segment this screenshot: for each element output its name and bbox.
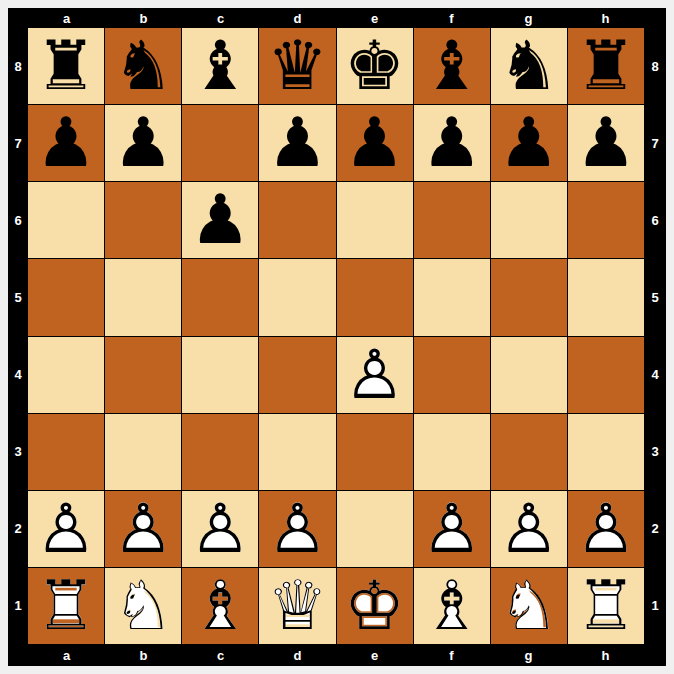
square-g5[interactable] bbox=[491, 259, 567, 335]
rank-label-2-right: 2 bbox=[644, 490, 666, 567]
square-b1[interactable]: ♞♘ bbox=[105, 568, 181, 644]
square-c7[interactable] bbox=[182, 105, 258, 181]
square-d1[interactable]: ♛♕ bbox=[259, 568, 335, 644]
square-f1[interactable]: ♝♗ bbox=[414, 568, 490, 644]
white-pawn-icon[interactable]: ♟♙ bbox=[568, 491, 644, 567]
chessboard: ♜♞♝♛♚♝♞♜♟♟♟♟♟♟♟♟♟♙♟♙♟♙♟♙♟♙♟♙♟♙♟♙♜♖♞♘♝♗♛♕… bbox=[28, 28, 644, 644]
file-label-c-bottom: c bbox=[182, 644, 259, 666]
black-pawn-icon[interactable]: ♟ bbox=[568, 105, 644, 181]
chess-app-window: abcdefgh abcdefgh 87654321 87654321 ♜♞♝♛… bbox=[0, 0, 674, 674]
square-g2[interactable]: ♟♙ bbox=[491, 491, 567, 567]
white-pawn-icon[interactable]: ♟♙ bbox=[491, 491, 567, 567]
white-pawn-icon[interactable]: ♟♙ bbox=[414, 491, 490, 567]
piece-glyph-fill: ♟ bbox=[36, 105, 97, 181]
square-a3[interactable] bbox=[28, 414, 104, 490]
square-e5[interactable] bbox=[337, 259, 413, 335]
square-f4[interactable] bbox=[414, 337, 490, 413]
piece-glyph-outline: ♕ bbox=[259, 568, 335, 644]
file-label-b-top: b bbox=[105, 8, 182, 28]
white-queen-icon[interactable]: ♛♕ bbox=[259, 568, 335, 644]
black-knight-icon[interactable]: ♞ bbox=[105, 28, 181, 104]
square-a4[interactable] bbox=[28, 337, 104, 413]
rank-label-8-right: 8 bbox=[644, 28, 666, 105]
square-c4[interactable] bbox=[182, 337, 258, 413]
black-king-icon[interactable]: ♚ bbox=[337, 28, 413, 104]
square-f6[interactable] bbox=[414, 182, 490, 258]
rank-label-3-right: 3 bbox=[644, 413, 666, 490]
square-a5[interactable] bbox=[28, 259, 104, 335]
white-king-icon[interactable]: ♚♔ bbox=[337, 568, 413, 644]
file-label-e-top: e bbox=[336, 8, 413, 28]
rank-label-7-right: 7 bbox=[644, 105, 666, 182]
black-pawn-icon[interactable]: ♟ bbox=[414, 105, 490, 181]
square-f2[interactable]: ♟♙ bbox=[414, 491, 490, 567]
file-label-e-bottom: e bbox=[336, 644, 413, 666]
square-e6[interactable] bbox=[337, 182, 413, 258]
piece-glyph-outline: ♘ bbox=[105, 568, 181, 644]
piece-glyph-fill: ♛ bbox=[267, 28, 328, 104]
white-rook-icon[interactable]: ♜♖ bbox=[28, 568, 104, 644]
square-g8[interactable]: ♞ bbox=[491, 28, 567, 104]
square-e7[interactable]: ♟ bbox=[337, 105, 413, 181]
square-g1[interactable]: ♞♘ bbox=[491, 568, 567, 644]
piece-glyph-fill: ♝ bbox=[421, 28, 482, 104]
piece-glyph-fill: ♟ bbox=[421, 105, 482, 181]
file-label-c-top: c bbox=[182, 8, 259, 28]
piece-glyph-outline: ♙ bbox=[491, 491, 567, 567]
white-bishop-icon[interactable]: ♝♗ bbox=[414, 568, 490, 644]
square-g4[interactable] bbox=[491, 337, 567, 413]
white-rook-icon[interactable]: ♜♖ bbox=[568, 568, 644, 644]
black-bishop-icon[interactable]: ♝ bbox=[182, 28, 258, 104]
piece-glyph-fill: ♝ bbox=[190, 28, 251, 104]
piece-glyph-outline: ♙ bbox=[105, 491, 181, 567]
square-b6[interactable] bbox=[105, 182, 181, 258]
piece-glyph-fill: ♟ bbox=[267, 105, 328, 181]
square-a1[interactable]: ♜♖ bbox=[28, 568, 104, 644]
file-label-f-top: f bbox=[413, 8, 490, 28]
white-pawn-icon[interactable]: ♟♙ bbox=[259, 491, 335, 567]
square-f8[interactable]: ♝ bbox=[414, 28, 490, 104]
piece-glyph-outline: ♘ bbox=[491, 568, 567, 644]
square-h7[interactable]: ♟ bbox=[568, 105, 644, 181]
square-c8[interactable]: ♝ bbox=[182, 28, 258, 104]
square-e3[interactable] bbox=[337, 414, 413, 490]
square-d2[interactable]: ♟♙ bbox=[259, 491, 335, 567]
square-h5[interactable] bbox=[568, 259, 644, 335]
file-label-a-top: a bbox=[28, 8, 105, 28]
square-h2[interactable]: ♟♙ bbox=[568, 491, 644, 567]
black-pawn-icon[interactable]: ♟ bbox=[182, 182, 258, 258]
white-pawn-icon[interactable]: ♟♙ bbox=[105, 491, 181, 567]
rank-label-7-left: 7 bbox=[8, 105, 28, 182]
square-d6[interactable] bbox=[259, 182, 335, 258]
rank-label-6-right: 6 bbox=[644, 182, 666, 259]
square-b4[interactable] bbox=[105, 337, 181, 413]
square-h4[interactable] bbox=[568, 337, 644, 413]
piece-glyph-outline: ♙ bbox=[414, 491, 490, 567]
file-label-h-top: h bbox=[567, 8, 644, 28]
square-f3[interactable] bbox=[414, 414, 490, 490]
file-label-b-bottom: b bbox=[105, 644, 182, 666]
rank-label-5-right: 5 bbox=[644, 259, 666, 336]
file-label-g-bottom: g bbox=[490, 644, 567, 666]
square-h1[interactable]: ♜♖ bbox=[568, 568, 644, 644]
black-bishop-icon[interactable]: ♝ bbox=[414, 28, 490, 104]
square-b8[interactable]: ♞ bbox=[105, 28, 181, 104]
piece-glyph-fill: ♟ bbox=[344, 105, 405, 181]
rank-label-6-left: 6 bbox=[8, 182, 28, 259]
black-pawn-icon[interactable]: ♟ bbox=[259, 105, 335, 181]
piece-glyph-outline: ♖ bbox=[568, 568, 644, 644]
white-knight-icon[interactable]: ♞♘ bbox=[491, 568, 567, 644]
black-rook-icon[interactable]: ♜ bbox=[28, 28, 104, 104]
square-e1[interactable]: ♚♔ bbox=[337, 568, 413, 644]
square-f5[interactable] bbox=[414, 259, 490, 335]
square-a7[interactable]: ♟ bbox=[28, 105, 104, 181]
square-c1[interactable]: ♝♗ bbox=[182, 568, 258, 644]
piece-glyph-outline: ♙ bbox=[337, 337, 413, 413]
square-h6[interactable] bbox=[568, 182, 644, 258]
square-a2[interactable]: ♟♙ bbox=[28, 491, 104, 567]
piece-glyph-outline: ♙ bbox=[28, 491, 104, 567]
piece-glyph-outline: ♖ bbox=[28, 568, 104, 644]
rank-label-4-left: 4 bbox=[8, 336, 28, 413]
square-e2[interactable] bbox=[337, 491, 413, 567]
white-pawn-icon[interactable]: ♟♙ bbox=[28, 491, 104, 567]
square-e8[interactable]: ♚ bbox=[337, 28, 413, 104]
file-labels-top: abcdefgh bbox=[28, 8, 644, 28]
piece-glyph-fill: ♟ bbox=[190, 182, 251, 258]
square-d7[interactable]: ♟ bbox=[259, 105, 335, 181]
rank-label-3-left: 3 bbox=[8, 413, 28, 490]
white-bishop-icon[interactable]: ♝♗ bbox=[182, 568, 258, 644]
piece-glyph-fill: ♞ bbox=[113, 28, 174, 104]
square-d8[interactable]: ♛ bbox=[259, 28, 335, 104]
piece-glyph-fill: ♜ bbox=[36, 28, 97, 104]
square-c3[interactable] bbox=[182, 414, 258, 490]
square-h8[interactable]: ♜ bbox=[568, 28, 644, 104]
piece-glyph-fill: ♚ bbox=[344, 28, 405, 104]
square-d5[interactable] bbox=[259, 259, 335, 335]
rank-label-8-left: 8 bbox=[8, 28, 28, 105]
file-label-h-bottom: h bbox=[567, 644, 644, 666]
black-queen-icon[interactable]: ♛ bbox=[259, 28, 335, 104]
black-rook-icon[interactable]: ♜ bbox=[568, 28, 644, 104]
square-b3[interactable] bbox=[105, 414, 181, 490]
white-knight-icon[interactable]: ♞♘ bbox=[105, 568, 181, 644]
rank-labels-right: 87654321 bbox=[644, 28, 666, 644]
file-label-d-bottom: d bbox=[259, 644, 336, 666]
square-b2[interactable]: ♟♙ bbox=[105, 491, 181, 567]
black-pawn-icon[interactable]: ♟ bbox=[105, 105, 181, 181]
black-pawn-icon[interactable]: ♟ bbox=[491, 105, 567, 181]
piece-glyph-outline: ♙ bbox=[259, 491, 335, 567]
piece-glyph-fill: ♟ bbox=[575, 105, 636, 181]
square-g6[interactable] bbox=[491, 182, 567, 258]
piece-glyph-outline: ♔ bbox=[337, 568, 413, 644]
square-a8[interactable]: ♜ bbox=[28, 28, 104, 104]
file-label-f-bottom: f bbox=[413, 644, 490, 666]
square-d3[interactable] bbox=[259, 414, 335, 490]
square-c6[interactable]: ♟ bbox=[182, 182, 258, 258]
piece-glyph-outline: ♙ bbox=[182, 491, 258, 567]
square-d4[interactable] bbox=[259, 337, 335, 413]
file-label-d-top: d bbox=[259, 8, 336, 28]
piece-glyph-outline: ♙ bbox=[568, 491, 644, 567]
piece-glyph-fill: ♜ bbox=[575, 28, 636, 104]
rank-label-1-right: 1 bbox=[644, 567, 666, 644]
square-b7[interactable]: ♟ bbox=[105, 105, 181, 181]
square-e4[interactable]: ♟♙ bbox=[337, 337, 413, 413]
rank-label-2-left: 2 bbox=[8, 490, 28, 567]
rank-label-5-left: 5 bbox=[8, 259, 28, 336]
square-c5[interactable] bbox=[182, 259, 258, 335]
white-pawn-icon[interactable]: ♟♙ bbox=[337, 337, 413, 413]
rank-label-4-right: 4 bbox=[644, 336, 666, 413]
piece-glyph-outline: ♗ bbox=[182, 568, 258, 644]
piece-glyph-fill: ♞ bbox=[498, 28, 559, 104]
file-labels-bottom: abcdefgh bbox=[28, 644, 644, 666]
square-g7[interactable]: ♟ bbox=[491, 105, 567, 181]
rank-label-1-left: 1 bbox=[8, 567, 28, 644]
rank-labels-left: 87654321 bbox=[8, 28, 28, 644]
square-f7[interactable]: ♟ bbox=[414, 105, 490, 181]
board-frame: abcdefgh abcdefgh 87654321 87654321 ♜♞♝♛… bbox=[8, 8, 666, 666]
piece-glyph-fill: ♟ bbox=[113, 105, 174, 181]
white-pawn-icon[interactable]: ♟♙ bbox=[182, 491, 258, 567]
black-knight-icon[interactable]: ♞ bbox=[491, 28, 567, 104]
black-pawn-icon[interactable]: ♟ bbox=[28, 105, 104, 181]
square-a6[interactable] bbox=[28, 182, 104, 258]
square-g3[interactable] bbox=[491, 414, 567, 490]
square-b5[interactable] bbox=[105, 259, 181, 335]
file-label-g-top: g bbox=[490, 8, 567, 28]
black-pawn-icon[interactable]: ♟ bbox=[337, 105, 413, 181]
square-h3[interactable] bbox=[568, 414, 644, 490]
piece-glyph-outline: ♗ bbox=[414, 568, 490, 644]
square-c2[interactable]: ♟♙ bbox=[182, 491, 258, 567]
file-label-a-bottom: a bbox=[28, 644, 105, 666]
piece-glyph-fill: ♟ bbox=[498, 105, 559, 181]
